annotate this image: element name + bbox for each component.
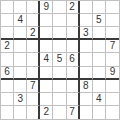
cell-r1c9[interactable] bbox=[106, 1, 119, 14]
cell-r2c5[interactable] bbox=[53, 14, 66, 27]
sudoku-board: 9245232745669783427 bbox=[0, 0, 120, 120]
cell-r8c5[interactable] bbox=[53, 93, 66, 106]
cell-r3c5[interactable] bbox=[53, 27, 66, 40]
cell-r1c6[interactable]: 2 bbox=[67, 1, 80, 14]
cell-r2c8[interactable]: 5 bbox=[93, 14, 106, 27]
cell-r8c8[interactable]: 4 bbox=[93, 93, 106, 106]
cell-r1c2[interactable] bbox=[14, 1, 27, 14]
cell-r2c3[interactable] bbox=[27, 14, 40, 27]
cell-r3c9[interactable] bbox=[106, 27, 119, 40]
cell-r2c7[interactable] bbox=[80, 14, 93, 27]
given-digit: 2 bbox=[44, 107, 50, 117]
cell-r9c3[interactable] bbox=[27, 106, 40, 119]
cell-r6c9[interactable]: 9 bbox=[106, 67, 119, 80]
cell-r6c7[interactable] bbox=[80, 67, 93, 80]
cell-r4c8[interactable] bbox=[93, 40, 106, 53]
cell-r3c1[interactable] bbox=[1, 27, 14, 40]
cell-r5c9[interactable] bbox=[106, 53, 119, 66]
cell-r1c1[interactable] bbox=[1, 1, 14, 14]
cell-r9c6[interactable]: 7 bbox=[67, 106, 80, 119]
cell-r4c3[interactable] bbox=[27, 40, 40, 53]
given-digit: 8 bbox=[83, 81, 89, 91]
cell-r2c9[interactable] bbox=[106, 14, 119, 27]
cell-r9c2[interactable] bbox=[14, 106, 27, 119]
cell-r3c2[interactable] bbox=[14, 27, 27, 40]
cell-r8c3[interactable] bbox=[27, 93, 40, 106]
cell-r3c6[interactable] bbox=[67, 27, 80, 40]
given-digit: 2 bbox=[69, 2, 75, 12]
cell-r8c1[interactable] bbox=[1, 93, 14, 106]
cell-r4c6[interactable] bbox=[67, 40, 80, 53]
cell-r1c7[interactable] bbox=[80, 1, 93, 14]
cell-r8c6[interactable] bbox=[67, 93, 80, 106]
given-digit: 3 bbox=[83, 28, 89, 38]
given-digit: 5 bbox=[57, 54, 63, 64]
cell-r9c4[interactable]: 2 bbox=[40, 106, 53, 119]
cell-r5c2[interactable] bbox=[14, 53, 27, 66]
cell-r3c4[interactable] bbox=[40, 27, 53, 40]
given-digit: 7 bbox=[30, 81, 36, 91]
cell-r5c7[interactable] bbox=[80, 53, 93, 66]
cell-r8c2[interactable]: 3 bbox=[14, 93, 27, 106]
given-digit: 5 bbox=[96, 15, 102, 25]
given-digit: 9 bbox=[44, 2, 50, 12]
cell-r4c1[interactable]: 2 bbox=[1, 40, 14, 53]
given-digit: 4 bbox=[96, 94, 102, 104]
cell-r5c5[interactable]: 5 bbox=[53, 53, 66, 66]
cell-r2c6[interactable] bbox=[67, 14, 80, 27]
cell-r7c4[interactable] bbox=[40, 80, 53, 93]
cell-r1c3[interactable] bbox=[27, 1, 40, 14]
given-digit: 4 bbox=[44, 54, 50, 64]
given-digit: 2 bbox=[4, 41, 10, 51]
cell-r8c7[interactable] bbox=[80, 93, 93, 106]
cell-r4c2[interactable] bbox=[14, 40, 27, 53]
cell-r4c7[interactable] bbox=[80, 40, 93, 53]
cell-r5c6[interactable]: 6 bbox=[67, 53, 80, 66]
cell-r6c2[interactable] bbox=[14, 67, 27, 80]
cell-r4c5[interactable] bbox=[53, 40, 66, 53]
cell-r2c1[interactable] bbox=[1, 14, 14, 27]
cell-r2c2[interactable]: 4 bbox=[14, 14, 27, 27]
cell-r7c7[interactable]: 8 bbox=[80, 80, 93, 93]
cell-r3c8[interactable] bbox=[93, 27, 106, 40]
cell-r5c4[interactable]: 4 bbox=[40, 53, 53, 66]
cell-r1c4[interactable]: 9 bbox=[40, 1, 53, 14]
cell-r2c4[interactable] bbox=[40, 14, 53, 27]
cell-r7c5[interactable] bbox=[53, 80, 66, 93]
cell-r6c1[interactable]: 6 bbox=[1, 67, 14, 80]
cell-r5c1[interactable] bbox=[1, 53, 14, 66]
cell-r7c9[interactable] bbox=[106, 80, 119, 93]
cell-r5c8[interactable] bbox=[93, 53, 106, 66]
cell-r6c3[interactable] bbox=[27, 67, 40, 80]
cell-r6c4[interactable] bbox=[40, 67, 53, 80]
cell-r1c8[interactable] bbox=[93, 1, 106, 14]
cell-r3c3[interactable]: 2 bbox=[27, 27, 40, 40]
given-digit: 6 bbox=[69, 54, 75, 64]
cell-r9c5[interactable] bbox=[53, 106, 66, 119]
cell-r7c1[interactable] bbox=[1, 80, 14, 93]
cell-r9c8[interactable] bbox=[93, 106, 106, 119]
cell-r9c1[interactable] bbox=[1, 106, 14, 119]
cell-r7c3[interactable]: 7 bbox=[27, 80, 40, 93]
given-digit: 9 bbox=[110, 67, 116, 77]
cell-r7c2[interactable] bbox=[14, 80, 27, 93]
cell-r6c8[interactable] bbox=[93, 67, 106, 80]
cell-r7c6[interactable] bbox=[67, 80, 80, 93]
given-digit: 7 bbox=[69, 107, 75, 117]
cell-r6c5[interactable] bbox=[53, 67, 66, 80]
cell-r4c9[interactable]: 7 bbox=[106, 40, 119, 53]
given-digit: 3 bbox=[17, 94, 23, 104]
cell-r5c3[interactable] bbox=[27, 53, 40, 66]
given-digit: 2 bbox=[30, 28, 36, 38]
cell-r9c9[interactable] bbox=[106, 106, 119, 119]
cell-r9c7[interactable] bbox=[80, 106, 93, 119]
given-digit: 4 bbox=[17, 15, 23, 25]
cell-r6c6[interactable] bbox=[67, 67, 80, 80]
cell-r3c7[interactable]: 3 bbox=[80, 27, 93, 40]
cell-r8c4[interactable] bbox=[40, 93, 53, 106]
cell-r8c9[interactable] bbox=[106, 93, 119, 106]
cell-r1c5[interactable] bbox=[53, 1, 66, 14]
cell-r7c8[interactable] bbox=[93, 80, 106, 93]
given-digit: 6 bbox=[4, 67, 10, 77]
given-digit: 7 bbox=[110, 41, 116, 51]
cell-r4c4[interactable] bbox=[40, 40, 53, 53]
